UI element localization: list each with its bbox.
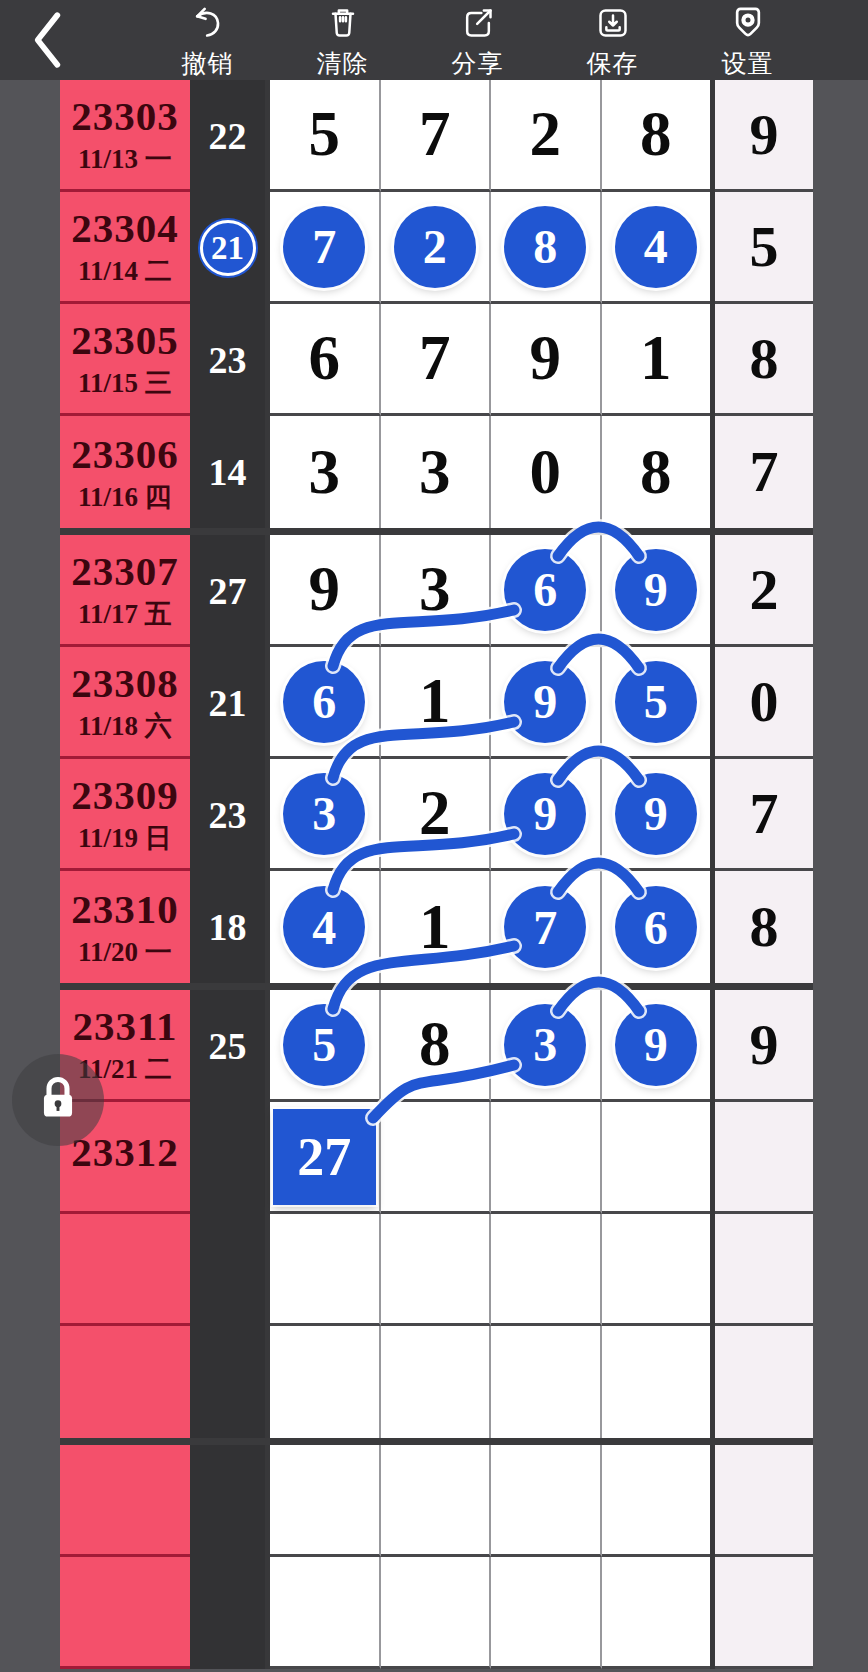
clear-button[interactable]: 清除 bbox=[275, 0, 410, 80]
issue-number: 23310 bbox=[71, 889, 179, 930]
digit-cell[interactable]: 8 bbox=[602, 416, 711, 528]
digit-cell[interactable]: 7 bbox=[270, 192, 381, 304]
digit-cell[interactable]: 6 bbox=[270, 304, 381, 416]
undo-icon bbox=[188, 3, 228, 47]
marked-digit: 9 bbox=[504, 661, 586, 743]
issue-number: 23307 bbox=[71, 551, 179, 592]
sum-value: 18 bbox=[209, 905, 247, 949]
digit-grid-row: 9 3 6 9 bbox=[265, 535, 715, 647]
clear-label: 清除 bbox=[317, 47, 369, 80]
draw-row: 23305 11/15 三 23 6 7 9 1 8 bbox=[0, 304, 868, 416]
share-label: 分享 bbox=[452, 47, 504, 80]
digit-cell[interactable] bbox=[381, 1557, 492, 1669]
digit-cell[interactable]: 5 bbox=[270, 80, 381, 192]
digit-cell[interactable]: 9 bbox=[270, 535, 381, 647]
extra-digit-cell[interactable] bbox=[715, 1557, 813, 1669]
trash-icon bbox=[323, 3, 363, 47]
extra-digit-cell[interactable] bbox=[715, 1445, 813, 1557]
group-separator bbox=[0, 983, 868, 990]
extra-digit-cell[interactable]: 7 bbox=[715, 759, 813, 871]
draw-row bbox=[0, 1445, 868, 1557]
draw-date: 11/13 一 bbox=[78, 146, 172, 173]
issue-label-cell: 23309 11/19 日 bbox=[60, 759, 190, 871]
digit-cell[interactable] bbox=[491, 1557, 602, 1669]
digit-cell[interactable]: 3 bbox=[270, 416, 381, 528]
sum-cell[interactable]: 27 bbox=[190, 535, 265, 647]
sum-value: 23 bbox=[209, 793, 247, 837]
settings-label: 设置 bbox=[722, 47, 774, 80]
sum-cell[interactable]: 18 bbox=[190, 871, 265, 983]
digit-cell[interactable] bbox=[491, 1214, 602, 1326]
selected-sum-box[interactable]: 27 bbox=[273, 1109, 376, 1205]
left-margin bbox=[0, 647, 60, 759]
digit-cell[interactable]: 0 bbox=[491, 416, 602, 528]
sum-cell[interactable]: 23 bbox=[190, 759, 265, 871]
draw-row: 23311 11/21 二 25 5 8 3 9 9 bbox=[0, 990, 868, 1102]
issue-number: 23306 bbox=[71, 434, 179, 475]
digit-grid-row bbox=[265, 1214, 715, 1326]
issue-label-cell: 23308 11/18 六 bbox=[60, 647, 190, 759]
chart-rows: 23303 11/13 一 22 5 7 2 8 9 23304 11/14 二… bbox=[0, 80, 868, 1669]
digit-grid-row bbox=[265, 1557, 715, 1669]
digit-grid-row: 3 3 0 8 bbox=[265, 416, 715, 528]
issue-label-cell bbox=[60, 1326, 190, 1438]
sum-value: 25 bbox=[209, 1024, 247, 1068]
sum-cell[interactable] bbox=[190, 1557, 265, 1669]
digit-cell[interactable]: 1 bbox=[602, 304, 711, 416]
draw-row: 23308 11/18 六 21 6 1 9 5 0 bbox=[0, 647, 868, 759]
digit-cell[interactable] bbox=[381, 1326, 492, 1438]
undo-label: 撤销 bbox=[182, 47, 234, 80]
sum-cell[interactable]: 21 bbox=[190, 647, 265, 759]
digit-grid-row bbox=[265, 1326, 715, 1438]
marked-digit: 4 bbox=[615, 206, 697, 288]
sum-cell[interactable]: 23 bbox=[190, 304, 265, 416]
extra-digit-cell[interactable]: 8 bbox=[715, 304, 813, 416]
sum-cell[interactable] bbox=[190, 1102, 265, 1214]
digit-cell[interactable] bbox=[602, 1214, 711, 1326]
draw-row: 23310 11/20 一 18 4 1 7 6 8 bbox=[0, 871, 868, 983]
digit-cell[interactable] bbox=[491, 1445, 602, 1557]
digit-cell[interactable]: 9 bbox=[602, 759, 711, 871]
digit: 1 bbox=[419, 896, 451, 959]
left-margin bbox=[0, 192, 60, 304]
sum-cell[interactable] bbox=[190, 1214, 265, 1326]
sum-cell[interactable]: 14 bbox=[190, 416, 265, 528]
extra-digit: 8 bbox=[750, 330, 779, 388]
issue-label-cell: 23306 11/16 四 bbox=[60, 416, 190, 528]
marked-digit: 2 bbox=[394, 206, 476, 288]
digit-cell[interactable]: 2 bbox=[491, 80, 602, 192]
save-button[interactable]: 保存 bbox=[545, 0, 680, 80]
digit-grid-row: 5 7 2 8 bbox=[265, 80, 715, 192]
issue-number: 23308 bbox=[71, 663, 179, 704]
digit-cell[interactable]: 7 bbox=[381, 304, 492, 416]
digit: 2 bbox=[419, 782, 451, 845]
digit-cell[interactable]: 2 bbox=[381, 759, 492, 871]
sum-value: 14 bbox=[209, 450, 247, 494]
extra-digit: 9 bbox=[750, 106, 779, 164]
extra-digit-cell[interactable]: 9 bbox=[715, 80, 813, 192]
draw-date: 11/15 三 bbox=[78, 370, 172, 397]
draw-date: 11/16 四 bbox=[78, 484, 172, 511]
digit-cell[interactable] bbox=[381, 1214, 492, 1326]
digit: 2 bbox=[530, 103, 562, 166]
digit: 8 bbox=[640, 441, 672, 504]
marked-digit: 9 bbox=[504, 773, 586, 855]
marked-digit: 4 bbox=[283, 886, 365, 968]
digit-cell[interactable] bbox=[602, 1102, 711, 1214]
digit-grid-row: 27 bbox=[265, 1102, 715, 1214]
settings-icon bbox=[728, 3, 768, 47]
draw-date: 11/14 二 bbox=[78, 258, 172, 285]
extra-digit: 8 bbox=[750, 898, 779, 956]
digit-cell[interactable] bbox=[270, 1214, 381, 1326]
extra-digit: 7 bbox=[750, 785, 779, 843]
left-margin bbox=[0, 416, 60, 528]
digit-cell[interactable] bbox=[270, 1557, 381, 1669]
digit: 8 bbox=[419, 1013, 451, 1076]
extra-digit-cell[interactable]: 0 bbox=[715, 647, 813, 759]
left-margin bbox=[0, 871, 60, 983]
issue-label-cell: 23305 11/15 三 bbox=[60, 304, 190, 416]
digit-cell[interactable]: 6 bbox=[270, 647, 381, 759]
marked-digit: 9 bbox=[615, 549, 697, 631]
digit-cell[interactable]: 5 bbox=[602, 647, 711, 759]
issue-label-cell bbox=[60, 1445, 190, 1557]
sum-value: 27 bbox=[209, 569, 247, 613]
draw-row: 23309 11/19 日 23 3 2 9 9 7 bbox=[0, 759, 868, 871]
settings-button[interactable]: 设置 bbox=[680, 0, 815, 80]
digit: 6 bbox=[309, 327, 341, 390]
left-margin bbox=[0, 759, 60, 871]
save-label: 保存 bbox=[587, 47, 639, 80]
draw-date: 11/17 五 bbox=[78, 601, 172, 628]
digit-grid-row: 6 7 9 1 bbox=[265, 304, 715, 416]
draw-row bbox=[0, 1326, 868, 1438]
digit: 0 bbox=[530, 441, 562, 504]
sum-cell[interactable] bbox=[190, 1445, 265, 1557]
save-icon bbox=[593, 3, 633, 47]
issue-number: 23303 bbox=[71, 96, 179, 137]
digit-grid-row: 6 1 9 5 bbox=[265, 647, 715, 759]
digit-cell[interactable]: 3 bbox=[381, 535, 492, 647]
draw-date: 11/18 六 bbox=[78, 713, 172, 740]
lock-button[interactable] bbox=[12, 1054, 104, 1146]
back-button[interactable] bbox=[30, 11, 64, 69]
digit: 3 bbox=[419, 558, 451, 621]
digit: 3 bbox=[309, 441, 341, 504]
sum-cell[interactable]: 25 bbox=[190, 990, 265, 1102]
share-button[interactable]: 分享 bbox=[410, 0, 545, 80]
extra-digit-cell[interactable] bbox=[715, 1326, 813, 1438]
toolbar: 撤销 清除 分享 bbox=[0, 0, 868, 80]
issue-label-cell: 23303 11/13 一 bbox=[60, 80, 190, 192]
sum-value-circled: 21 bbox=[200, 220, 256, 276]
issue-label-cell bbox=[60, 1214, 190, 1326]
digit-cell[interactable]: 3 bbox=[381, 416, 492, 528]
marked-digit: 7 bbox=[504, 886, 586, 968]
digit-cell[interactable] bbox=[270, 1326, 381, 1438]
digit-cell[interactable]: 3 bbox=[270, 759, 381, 871]
digit-cell[interactable]: 7 bbox=[381, 80, 492, 192]
back-chevron-icon bbox=[30, 55, 64, 72]
extra-digit: 7 bbox=[750, 443, 779, 501]
digit-cell[interactable]: 7 bbox=[491, 871, 602, 983]
digit-cell[interactable]: 9 bbox=[491, 647, 602, 759]
digit-cell[interactable] bbox=[602, 1445, 711, 1557]
left-margin bbox=[0, 1445, 60, 1557]
digit-cell[interactable]: 2 bbox=[381, 192, 492, 304]
digit-cell[interactable] bbox=[270, 1445, 381, 1557]
digit: 1 bbox=[640, 327, 672, 390]
extra-digit: 2 bbox=[750, 561, 779, 619]
group-separator bbox=[0, 1438, 868, 1445]
digit: 8 bbox=[640, 103, 672, 166]
sum-value: 21 bbox=[209, 681, 247, 725]
marked-digit: 6 bbox=[504, 549, 586, 631]
digit-grid-row: 4 1 7 6 bbox=[265, 871, 715, 983]
digit-cell[interactable]: 1 bbox=[381, 871, 492, 983]
digit-cell[interactable]: 9 bbox=[491, 304, 602, 416]
digit-cell[interactable] bbox=[381, 1445, 492, 1557]
left-margin bbox=[0, 80, 60, 192]
digit-cell[interactable]: 4 bbox=[602, 192, 711, 304]
sum-cell[interactable]: 22 bbox=[190, 80, 265, 192]
digit-cell[interactable] bbox=[381, 1102, 492, 1214]
digit-grid-row: 7 2 8 4 bbox=[265, 192, 715, 304]
digit-cell[interactable]: 8 bbox=[491, 192, 602, 304]
digit-cell[interactable]: 9 bbox=[602, 535, 711, 647]
draw-row: 23307 11/17 五 27 9 3 6 9 2 bbox=[0, 535, 868, 647]
digit-cell[interactable]: 3 bbox=[491, 990, 602, 1102]
digit-cell[interactable]: 8 bbox=[381, 990, 492, 1102]
issue-number: 23309 bbox=[71, 775, 179, 816]
digit-cell[interactable] bbox=[602, 1326, 711, 1438]
extra-digit: 5 bbox=[750, 218, 779, 276]
issue-number: 23311 bbox=[72, 1006, 177, 1047]
digit-cell[interactable]: 9 bbox=[602, 990, 711, 1102]
group-separator bbox=[0, 528, 868, 535]
marked-digit: 9 bbox=[615, 1004, 697, 1086]
marked-digit: 5 bbox=[283, 1004, 365, 1086]
undo-button[interactable]: 撤销 bbox=[140, 0, 275, 80]
marked-digit: 3 bbox=[283, 773, 365, 855]
marked-digit: 6 bbox=[283, 661, 365, 743]
draw-row bbox=[0, 1214, 868, 1326]
digit-cell[interactable]: 9 bbox=[491, 759, 602, 871]
issue-number: 23305 bbox=[71, 320, 179, 361]
marked-digit: 6 bbox=[615, 886, 697, 968]
issue-label-cell bbox=[60, 1557, 190, 1669]
digit-grid-row: 3 2 9 9 bbox=[265, 759, 715, 871]
digit: 9 bbox=[309, 558, 341, 621]
digit: 3 bbox=[419, 441, 451, 504]
digit: 1 bbox=[419, 670, 451, 733]
marked-digit: 5 bbox=[615, 661, 697, 743]
digit-cell[interactable]: 6 bbox=[491, 535, 602, 647]
extra-digit-cell[interactable]: 5 bbox=[715, 192, 813, 304]
draw-row: 23306 11/16 四 14 3 3 0 8 7 bbox=[0, 416, 868, 528]
extra-digit-cell[interactable]: 8 bbox=[715, 871, 813, 983]
extra-digit: 0 bbox=[750, 673, 779, 731]
issue-number: 23304 bbox=[71, 208, 179, 249]
marked-digit: 7 bbox=[283, 206, 365, 288]
draw-row: 23304 11/14 二 21 7 2 8 4 5 bbox=[0, 192, 868, 304]
digit-cell[interactable] bbox=[602, 1557, 711, 1669]
digit-cell[interactable]: 5 bbox=[270, 990, 381, 1102]
draw-date: 11/19 日 bbox=[78, 825, 172, 852]
sum-value: 23 bbox=[209, 338, 247, 382]
draw-row: 23303 11/13 一 22 5 7 2 8 9 bbox=[0, 80, 868, 192]
extra-digit-cell[interactable]: 7 bbox=[715, 416, 813, 528]
draw-date: 11/20 一 bbox=[78, 939, 172, 966]
digit-cell[interactable]: 1 bbox=[381, 647, 492, 759]
sum-cell[interactable]: 21 bbox=[190, 192, 265, 304]
digit: 7 bbox=[419, 327, 451, 390]
sum-value: 22 bbox=[209, 114, 247, 158]
share-icon bbox=[458, 3, 498, 47]
extra-digit-cell[interactable]: 2 bbox=[715, 535, 813, 647]
issue-label-cell: 23310 11/20 一 bbox=[60, 871, 190, 983]
sum-cell[interactable] bbox=[190, 1326, 265, 1438]
draw-row: 23312 27 bbox=[0, 1102, 868, 1214]
digit-cell[interactable] bbox=[491, 1326, 602, 1438]
left-margin bbox=[0, 1557, 60, 1669]
extra-digit-cell[interactable] bbox=[715, 1102, 813, 1214]
digit-cell[interactable]: 4 bbox=[270, 871, 381, 983]
digit: 5 bbox=[309, 103, 341, 166]
digit-cell[interactable]: 6 bbox=[602, 871, 711, 983]
extra-digit-cell[interactable]: 9 bbox=[715, 990, 813, 1102]
digit-cell[interactable]: 8 bbox=[602, 80, 711, 192]
digit: 7 bbox=[419, 103, 451, 166]
lock-icon bbox=[31, 1071, 85, 1129]
digit-grid-row bbox=[265, 1445, 715, 1557]
left-margin bbox=[0, 1326, 60, 1438]
extra-digit: 9 bbox=[750, 1016, 779, 1074]
extra-digit-cell[interactable] bbox=[715, 1214, 813, 1326]
marked-digit: 3 bbox=[504, 1004, 586, 1086]
marked-digit: 8 bbox=[504, 206, 586, 288]
issue-number: 23312 bbox=[71, 1132, 179, 1173]
marked-digit: 9 bbox=[615, 773, 697, 855]
left-margin bbox=[0, 1214, 60, 1326]
left-margin bbox=[0, 535, 60, 647]
digit-grid-row: 5 8 3 9 bbox=[265, 990, 715, 1102]
digit-cell[interactable]: 27 bbox=[270, 1102, 381, 1214]
draw-row bbox=[0, 1557, 868, 1669]
left-margin bbox=[0, 304, 60, 416]
digit-cell[interactable] bbox=[491, 1102, 602, 1214]
issue-label-cell: 23307 11/17 五 bbox=[60, 535, 190, 647]
digit: 9 bbox=[530, 327, 562, 390]
issue-label-cell: 23304 11/14 二 bbox=[60, 192, 190, 304]
